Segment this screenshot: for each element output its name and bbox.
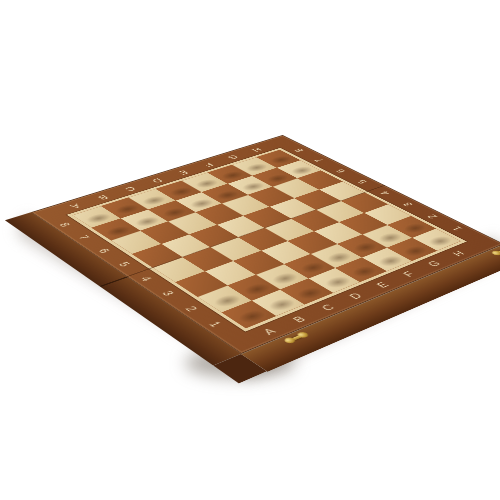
chessboard: ♜♞♝♚♛♝♞♜♟♟♟♟♟♟♟♟♟♟♟♟♟♟♟♟♜♞♝♛♚♝♞♜ AABBCCD… (31, 135, 500, 354)
piece-glyph: ♜ (234, 277, 271, 319)
piece-glyph: ♟ (188, 177, 214, 206)
piece-glyph: ♟ (240, 160, 265, 188)
latch-icon (490, 246, 500, 257)
product-photo-scene: ♜♞♝♚♛♝♞♜♟♟♟♟♟♟♟♟♟♟♟♟♟♟♟♟♜♞♝♛♚♝♞♜ AABBCCD… (0, 0, 500, 500)
latch-icon (283, 331, 311, 345)
piece-glyph: ♟ (265, 153, 290, 181)
fold-seam-side (99, 277, 127, 287)
piece-glyph: ♟ (105, 203, 132, 233)
piece-glyph: ♟ (161, 185, 187, 214)
camera-stage: ♜♞♝♚♛♝♞♜♟♟♟♟♟♟♟♟♟♟♟♟♟♟♟♟♜♞♝♛♚♝♞♜ AABBCCD… (0, 0, 500, 500)
piece-glyph: ♟ (215, 168, 241, 197)
piece-glyph: ♟ (134, 194, 161, 224)
